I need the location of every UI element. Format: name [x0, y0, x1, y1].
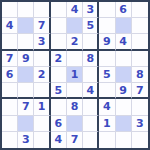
cell-r7c9[interactable] [132, 99, 148, 115]
cell-r8c1[interactable] [2, 116, 18, 132]
cell-r9c7[interactable] [99, 132, 115, 148]
cell-r9c4[interactable]: 4 [51, 132, 67, 148]
cell-r6c4[interactable]: 5 [51, 83, 67, 99]
cell-r4c9[interactable] [132, 51, 148, 67]
cell-r3c6[interactable] [83, 34, 99, 50]
cell-r6c1[interactable] [2, 83, 18, 99]
cell-r9c3[interactable] [34, 132, 50, 148]
cell-r9c6[interactable] [83, 132, 99, 148]
cell-r2c2[interactable] [18, 18, 34, 34]
cell-r4c8[interactable] [116, 51, 132, 67]
cell-r2c7[interactable] [99, 18, 115, 34]
cell-r1c8[interactable]: 6 [116, 2, 132, 18]
cell-r5c9[interactable]: 8 [132, 67, 148, 83]
cell-r6c7[interactable] [99, 83, 115, 99]
cell-r1c7[interactable] [99, 2, 115, 18]
cell-r8c9[interactable]: 3 [132, 116, 148, 132]
cell-r3c2[interactable] [18, 34, 34, 50]
cell-r9c5[interactable]: 7 [67, 132, 83, 148]
cell-r9c1[interactable] [2, 132, 18, 148]
cell-r8c5[interactable] [67, 116, 83, 132]
cell-r8c8[interactable] [116, 116, 132, 132]
cell-r5c7[interactable]: 5 [99, 67, 115, 83]
cell-r9c2[interactable]: 3 [18, 132, 34, 148]
cell-r7c4[interactable] [51, 99, 67, 115]
cell-r3c7[interactable]: 9 [99, 34, 115, 50]
cell-r7c3[interactable]: 1 [34, 99, 50, 115]
cell-r5c2[interactable] [18, 67, 34, 83]
cell-r1c5[interactable]: 4 [67, 2, 83, 18]
cell-r4c5[interactable] [67, 51, 83, 67]
cell-r2c9[interactable] [132, 18, 148, 34]
cell-r7c2[interactable]: 7 [18, 99, 34, 115]
cell-r2c8[interactable] [116, 18, 132, 34]
cell-r4c4[interactable]: 2 [51, 51, 67, 67]
cell-r4c6[interactable]: 8 [83, 51, 99, 67]
cell-r7c7[interactable]: 4 [99, 99, 115, 115]
cell-r5c8[interactable] [116, 67, 132, 83]
cell-r8c4[interactable]: 6 [51, 116, 67, 132]
cell-r4c2[interactable]: 9 [18, 51, 34, 67]
cell-r9c8[interactable] [116, 132, 132, 148]
cell-r3c4[interactable] [51, 34, 67, 50]
cell-r1c2[interactable] [18, 2, 34, 18]
cell-r9c9[interactable] [132, 132, 148, 148]
cell-r7c8[interactable] [116, 99, 132, 115]
cell-r8c7[interactable]: 1 [99, 116, 115, 132]
cell-r5c5[interactable]: 1 [67, 67, 83, 83]
cell-r5c6[interactable] [83, 67, 99, 83]
cell-r1c6[interactable]: 3 [83, 2, 99, 18]
cell-r2c5[interactable] [67, 18, 83, 34]
cell-r2c1[interactable]: 4 [2, 18, 18, 34]
cell-r4c7[interactable] [99, 51, 115, 67]
cell-r7c5[interactable]: 8 [67, 99, 83, 115]
cell-r5c1[interactable]: 6 [2, 67, 18, 83]
cell-r4c3[interactable] [34, 51, 50, 67]
cell-r4c1[interactable]: 7 [2, 51, 18, 67]
cell-r3c8[interactable]: 4 [116, 34, 132, 50]
cell-r1c9[interactable] [132, 2, 148, 18]
cell-r3c5[interactable]: 2 [67, 34, 83, 50]
cell-r8c3[interactable] [34, 116, 50, 132]
cell-r6c2[interactable] [18, 83, 34, 99]
cell-r1c1[interactable] [2, 2, 18, 18]
cell-r7c1[interactable] [2, 99, 18, 115]
cell-r8c6[interactable] [83, 116, 99, 132]
cell-r6c8[interactable]: 9 [116, 83, 132, 99]
cell-r7c6[interactable] [83, 99, 99, 115]
cell-r3c9[interactable] [132, 34, 148, 50]
cell-r2c4[interactable] [51, 18, 67, 34]
sudoku-board: 436475329479286215854977184613347 [0, 0, 150, 150]
cell-r6c3[interactable] [34, 83, 50, 99]
cell-r5c3[interactable]: 2 [34, 67, 50, 83]
cell-r3c3[interactable]: 3 [34, 34, 50, 50]
cell-r2c6[interactable]: 5 [83, 18, 99, 34]
cell-r2c3[interactable]: 7 [34, 18, 50, 34]
cell-r6c6[interactable]: 4 [83, 83, 99, 99]
cell-r5c4[interactable] [51, 67, 67, 83]
cell-r1c4[interactable] [51, 2, 67, 18]
cell-r3c1[interactable] [2, 34, 18, 50]
cell-r6c5[interactable] [67, 83, 83, 99]
cell-r1c3[interactable] [34, 2, 50, 18]
cell-r8c2[interactable] [18, 116, 34, 132]
cell-r6c9[interactable]: 7 [132, 83, 148, 99]
